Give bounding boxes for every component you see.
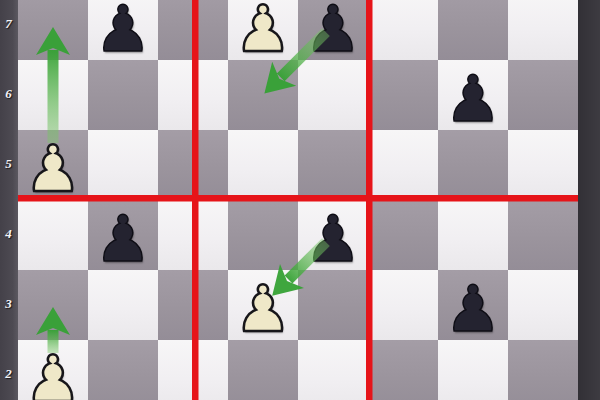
square-c4[interactable] [158, 200, 228, 270]
square-b2[interactable] [88, 340, 158, 400]
square-c2[interactable] [158, 340, 228, 400]
rank-label-4: 4 [0, 226, 17, 244]
square-g7[interactable] [438, 0, 508, 60]
square-h6[interactable] [508, 60, 578, 130]
rank-coordinates-sidebar: 765432 [0, 0, 18, 400]
square-h4[interactable] [508, 200, 578, 270]
board-right-frame [578, 0, 600, 400]
square-g4[interactable] [438, 200, 508, 270]
square-g6[interactable]: ♟ [438, 60, 508, 130]
black-pawn: ♟ [304, 210, 361, 269]
square-c5[interactable] [158, 130, 228, 200]
square-f6[interactable] [368, 60, 438, 130]
square-h3[interactable] [508, 270, 578, 340]
square-a7[interactable] [18, 0, 88, 60]
rank-label-6: 6 [0, 86, 17, 104]
square-a2[interactable]: ♟ [18, 340, 88, 400]
black-pawn: ♟ [444, 70, 501, 129]
rank-label-5: 5 [0, 156, 17, 174]
white-pawn: ♟ [234, 280, 291, 339]
square-d5[interactable] [228, 130, 298, 200]
white-pawn: ♟ [234, 0, 291, 59]
rank-label-7: 7 [0, 16, 17, 34]
square-e4[interactable]: ♟ [298, 200, 368, 270]
square-b3[interactable] [88, 270, 158, 340]
black-pawn: ♟ [444, 280, 501, 339]
square-d6[interactable] [228, 60, 298, 130]
square-h2[interactable] [508, 340, 578, 400]
square-f7[interactable] [368, 0, 438, 60]
square-a5[interactable]: ♟ [18, 130, 88, 200]
chess-lesson-diagram: ♟♟♟♟♟♟♟♟♟♟ 765432 [0, 0, 600, 400]
square-h7[interactable] [508, 0, 578, 60]
square-e2[interactable] [298, 340, 368, 400]
square-f2[interactable] [368, 340, 438, 400]
rank-label-2: 2 [0, 366, 17, 384]
white-pawn: ♟ [24, 350, 81, 400]
chess-board: ♟♟♟♟♟♟♟♟♟♟ [18, 0, 578, 400]
black-pawn: ♟ [94, 0, 151, 59]
square-e6[interactable] [298, 60, 368, 130]
square-f3[interactable] [368, 270, 438, 340]
square-e5[interactable] [298, 130, 368, 200]
black-pawn: ♟ [304, 0, 361, 59]
white-pawn: ♟ [24, 140, 81, 199]
square-a6[interactable] [18, 60, 88, 130]
square-f5[interactable] [368, 130, 438, 200]
square-g2[interactable] [438, 340, 508, 400]
square-d7[interactable]: ♟ [228, 0, 298, 60]
square-g5[interactable] [438, 130, 508, 200]
square-a4[interactable] [18, 200, 88, 270]
square-e7[interactable]: ♟ [298, 0, 368, 60]
square-a3[interactable] [18, 270, 88, 340]
square-h5[interactable] [508, 130, 578, 200]
rank-label-3: 3 [0, 296, 17, 314]
square-b6[interactable] [88, 60, 158, 130]
square-d2[interactable] [228, 340, 298, 400]
square-b5[interactable] [88, 130, 158, 200]
square-g3[interactable]: ♟ [438, 270, 508, 340]
square-f4[interactable] [368, 200, 438, 270]
square-b4[interactable]: ♟ [88, 200, 158, 270]
square-e3[interactable] [298, 270, 368, 340]
square-c6[interactable] [158, 60, 228, 130]
square-c7[interactable] [158, 0, 228, 60]
square-b7[interactable]: ♟ [88, 0, 158, 60]
square-d4[interactable] [228, 200, 298, 270]
square-d3[interactable]: ♟ [228, 270, 298, 340]
black-pawn: ♟ [94, 210, 151, 269]
square-c3[interactable] [158, 270, 228, 340]
